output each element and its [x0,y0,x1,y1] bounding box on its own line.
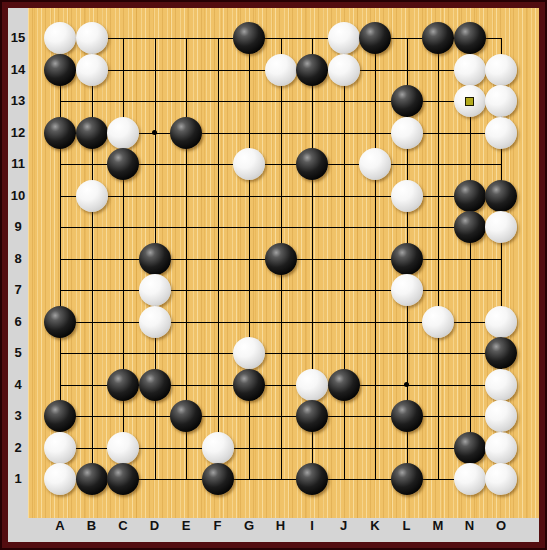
row-label-12: 12 [8,125,28,141]
column-label-B: B [82,518,102,542]
stone-white-D6[interactable] [139,306,171,338]
stone-white-O9[interactable] [485,211,517,243]
stone-white-L7[interactable] [391,274,423,306]
stone-black-D8[interactable] [139,243,171,275]
stone-white-O4[interactable] [485,369,517,401]
column-label-M: M [428,518,448,542]
stone-black-O5[interactable] [485,337,517,369]
row-labels: 151413121110987654321 [8,8,28,518]
stone-black-L1[interactable] [391,463,423,495]
row-label-7: 7 [8,282,28,298]
stone-black-C1[interactable] [107,463,139,495]
stone-black-K15[interactable] [359,22,391,54]
stone-white-O3[interactable] [485,400,517,432]
stone-black-L3[interactable] [391,400,423,432]
stone-black-L8[interactable] [391,243,423,275]
board-content: 151413121110987654321 ABCDEFGHIJKLMNO [8,8,539,542]
stone-white-C2[interactable] [107,432,139,464]
stone-white-H14[interactable] [265,54,297,86]
stone-black-A6[interactable] [44,306,76,338]
column-label-A: A [50,518,70,542]
stone-black-B1[interactable] [76,463,108,495]
row-label-11: 11 [8,156,28,172]
board-frame: 151413121110987654321 ABCDEFGHIJKLMNO [0,0,547,550]
stone-white-A15[interactable] [44,22,76,54]
stone-black-B12[interactable] [76,117,108,149]
stone-black-J4[interactable] [328,369,360,401]
stone-black-N9[interactable] [454,211,486,243]
stone-white-O12[interactable] [485,117,517,149]
row-label-13: 13 [8,93,28,109]
row-label-9: 9 [8,219,28,235]
row-label-1: 1 [8,471,28,487]
stone-white-O2[interactable] [485,432,517,464]
stone-white-J14[interactable] [328,54,360,86]
stone-white-I4[interactable] [296,369,328,401]
column-label-K: K [365,518,385,542]
row-label-3: 3 [8,408,28,424]
stone-black-E12[interactable] [170,117,202,149]
stone-black-D4[interactable] [139,369,171,401]
row-label-5: 5 [8,345,28,361]
column-label-H: H [271,518,291,542]
row-label-10: 10 [8,188,28,204]
stone-black-I3[interactable] [296,400,328,432]
row-label-15: 15 [8,30,28,46]
stone-white-N14[interactable] [454,54,486,86]
stone-black-C4[interactable] [107,369,139,401]
stone-black-I11[interactable] [296,148,328,180]
stone-black-I14[interactable] [296,54,328,86]
stone-white-L10[interactable] [391,180,423,212]
stone-white-K11[interactable] [359,148,391,180]
stone-white-B15[interactable] [76,22,108,54]
stone-black-O10[interactable] [485,180,517,212]
stone-white-G11[interactable] [233,148,265,180]
stone-white-A2[interactable] [44,432,76,464]
stone-white-L12[interactable] [391,117,423,149]
stone-black-M15[interactable] [422,22,454,54]
stone-white-M6[interactable] [422,306,454,338]
star-point [152,130,157,135]
row-label-8: 8 [8,251,28,267]
stone-white-B10[interactable] [76,180,108,212]
stone-black-N10[interactable] [454,180,486,212]
stone-white-N1[interactable] [454,463,486,495]
column-label-N: N [460,518,480,542]
star-point [404,382,409,387]
stone-white-G5[interactable] [233,337,265,369]
column-labels: ABCDEFGHIJKLMNO [28,518,539,542]
stone-white-B14[interactable] [76,54,108,86]
stone-black-A14[interactable] [44,54,76,86]
column-label-D: D [145,518,165,542]
stone-white-O6[interactable] [485,306,517,338]
stone-black-E3[interactable] [170,400,202,432]
stone-black-G4[interactable] [233,369,265,401]
stone-white-A1[interactable] [44,463,76,495]
column-label-I: I [302,518,322,542]
stone-white-J15[interactable] [328,22,360,54]
column-label-C: C [113,518,133,542]
stone-black-H8[interactable] [265,243,297,275]
column-label-J: J [334,518,354,542]
column-label-E: E [176,518,196,542]
column-label-O: O [491,518,511,542]
stone-white-C12[interactable] [107,117,139,149]
row-label-14: 14 [8,62,28,78]
column-label-F: F [208,518,228,542]
last-move-marker [465,97,474,106]
stone-white-O13[interactable] [485,85,517,117]
column-label-L: L [397,518,417,542]
row-label-6: 6 [8,314,28,330]
stone-white-D7[interactable] [139,274,171,306]
column-label-G: G [239,518,259,542]
stone-black-G15[interactable] [233,22,265,54]
stone-black-L13[interactable] [391,85,423,117]
stone-black-N15[interactable] [454,22,486,54]
stone-black-A3[interactable] [44,400,76,432]
row-label-2: 2 [8,440,28,456]
stone-white-O1[interactable] [485,463,517,495]
row-label-4: 4 [8,377,28,393]
stone-black-N2[interactable] [454,432,486,464]
go-board[interactable] [28,8,539,518]
stone-black-F1[interactable] [202,463,234,495]
stone-white-F2[interactable] [202,432,234,464]
stone-white-O14[interactable] [485,54,517,86]
stone-black-A12[interactable] [44,117,76,149]
stone-black-C11[interactable] [107,148,139,180]
stone-black-I1[interactable] [296,463,328,495]
